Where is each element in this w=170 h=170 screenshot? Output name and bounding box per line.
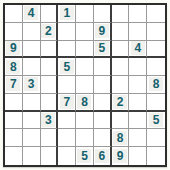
given-digit: 5 bbox=[149, 113, 163, 127]
cell-r4c4[interactable]: 5 bbox=[58, 58, 76, 76]
cell-r5c7[interactable] bbox=[112, 76, 130, 94]
cell-r1c5[interactable] bbox=[76, 5, 94, 23]
given-digit: 5 bbox=[77, 149, 91, 163]
cell-r8c8[interactable] bbox=[129, 129, 147, 147]
given-digit: 5 bbox=[95, 41, 109, 55]
cell-r6c1[interactable] bbox=[5, 94, 23, 112]
cell-r8c4[interactable] bbox=[58, 129, 76, 147]
cell-r1c3[interactable] bbox=[41, 5, 59, 23]
cell-r2c1[interactable] bbox=[5, 23, 23, 41]
given-digit: 8 bbox=[113, 131, 127, 145]
given-digit: 4 bbox=[131, 41, 145, 55]
cell-r2c4[interactable] bbox=[58, 23, 76, 41]
cell-r6c4[interactable]: 7 bbox=[58, 94, 76, 112]
cell-r1c9[interactable] bbox=[147, 5, 165, 23]
cell-r3c1[interactable]: 9 bbox=[5, 41, 23, 59]
given-digit: 7 bbox=[6, 77, 20, 91]
cell-r8c6[interactable] bbox=[94, 129, 112, 147]
given-digit: 9 bbox=[6, 41, 20, 55]
cell-r2c5[interactable] bbox=[76, 23, 94, 41]
cell-r3c5[interactable] bbox=[76, 41, 94, 59]
cell-r1c1[interactable] bbox=[5, 5, 23, 23]
cell-r6c9[interactable] bbox=[147, 94, 165, 112]
sudoku-page: 412995485738782358569 bbox=[0, 0, 170, 170]
cell-r6c3[interactable] bbox=[41, 94, 59, 112]
cell-r1c4[interactable]: 1 bbox=[58, 5, 76, 23]
cell-r3c8[interactable]: 4 bbox=[129, 41, 147, 59]
cell-r4c9[interactable] bbox=[147, 58, 165, 76]
given-digit: 9 bbox=[95, 24, 109, 38]
cell-r3c4[interactable] bbox=[58, 41, 76, 59]
cell-r4c5[interactable] bbox=[76, 58, 94, 76]
cell-r7c6[interactable] bbox=[94, 112, 112, 130]
given-digit: 5 bbox=[60, 60, 74, 74]
cell-r5c4[interactable] bbox=[58, 76, 76, 94]
cell-r7c9[interactable]: 5 bbox=[147, 112, 165, 130]
cell-r7c5[interactable] bbox=[76, 112, 94, 130]
cell-r9c8[interactable] bbox=[129, 147, 147, 165]
cell-r9c9[interactable] bbox=[147, 147, 165, 165]
cell-r1c6[interactable] bbox=[94, 5, 112, 23]
cell-r7c7[interactable] bbox=[112, 112, 130, 130]
cell-r9c2[interactable] bbox=[23, 147, 41, 165]
cell-r7c1[interactable] bbox=[5, 112, 23, 130]
cell-r8c2[interactable] bbox=[23, 129, 41, 147]
cell-r4c2[interactable] bbox=[23, 58, 41, 76]
cell-r5c2[interactable]: 3 bbox=[23, 76, 41, 94]
cell-r6c7[interactable]: 2 bbox=[112, 94, 130, 112]
cell-r5c3[interactable] bbox=[41, 76, 59, 94]
cell-r8c1[interactable] bbox=[5, 129, 23, 147]
cell-r2c8[interactable] bbox=[129, 23, 147, 41]
cell-r2c6[interactable]: 9 bbox=[94, 23, 112, 41]
given-digit: 2 bbox=[41, 24, 55, 38]
given-digit: 1 bbox=[60, 6, 74, 20]
cell-r9c6[interactable]: 6 bbox=[94, 147, 112, 165]
cell-r7c2[interactable] bbox=[23, 112, 41, 130]
cell-r3c2[interactable] bbox=[23, 41, 41, 59]
cell-r8c3[interactable] bbox=[41, 129, 59, 147]
sudoku-board: 412995485738782358569 bbox=[3, 3, 167, 167]
cell-r9c5[interactable]: 5 bbox=[76, 147, 94, 165]
cell-r4c8[interactable] bbox=[129, 58, 147, 76]
cell-r7c8[interactable] bbox=[129, 112, 147, 130]
cell-r8c7[interactable]: 8 bbox=[112, 129, 130, 147]
given-digit: 6 bbox=[95, 149, 109, 163]
cell-r4c6[interactable] bbox=[94, 58, 112, 76]
cell-r3c6[interactable]: 5 bbox=[94, 41, 112, 59]
given-digit: 3 bbox=[24, 77, 38, 91]
cell-r2c9[interactable] bbox=[147, 23, 165, 41]
cell-r2c7[interactable] bbox=[112, 23, 130, 41]
cell-r6c6[interactable] bbox=[94, 94, 112, 112]
cell-r8c5[interactable] bbox=[76, 129, 94, 147]
cell-r6c5[interactable]: 8 bbox=[76, 94, 94, 112]
cell-r3c9[interactable] bbox=[147, 41, 165, 59]
cell-r5c9[interactable]: 8 bbox=[147, 76, 165, 94]
cell-r4c7[interactable] bbox=[112, 58, 130, 76]
cell-r3c3[interactable] bbox=[41, 41, 59, 59]
given-digit: 4 bbox=[24, 6, 38, 20]
cell-r6c2[interactable] bbox=[23, 94, 41, 112]
cell-r3c7[interactable] bbox=[112, 41, 130, 59]
cell-r4c3[interactable] bbox=[41, 58, 59, 76]
cell-r9c4[interactable] bbox=[58, 147, 76, 165]
cell-r5c5[interactable] bbox=[76, 76, 94, 94]
cell-r5c1[interactable]: 7 bbox=[5, 76, 23, 94]
given-digit: 8 bbox=[77, 95, 91, 109]
cell-r1c2[interactable]: 4 bbox=[23, 5, 41, 23]
cell-r2c2[interactable] bbox=[23, 23, 41, 41]
cell-r7c3[interactable]: 3 bbox=[41, 112, 59, 130]
cell-r9c3[interactable] bbox=[41, 147, 59, 165]
cell-r5c8[interactable] bbox=[129, 76, 147, 94]
cell-r4c1[interactable]: 8 bbox=[5, 58, 23, 76]
given-digit: 8 bbox=[6, 60, 20, 74]
cell-r1c7[interactable] bbox=[112, 5, 130, 23]
cell-r2c3[interactable]: 2 bbox=[41, 23, 59, 41]
given-digit: 8 bbox=[149, 77, 163, 91]
given-digit: 2 bbox=[113, 95, 127, 109]
cell-r1c8[interactable] bbox=[129, 5, 147, 23]
cell-r5c6[interactable] bbox=[94, 76, 112, 94]
given-digit: 9 bbox=[113, 149, 127, 163]
cell-r8c9[interactable] bbox=[147, 129, 165, 147]
cell-r6c8[interactable] bbox=[129, 94, 147, 112]
given-digit: 7 bbox=[60, 95, 74, 109]
cell-r9c7[interactable]: 9 bbox=[112, 147, 130, 165]
given-digit: 3 bbox=[41, 113, 55, 127]
cell-r7c4[interactable] bbox=[58, 112, 76, 130]
cell-r9c1[interactable] bbox=[5, 147, 23, 165]
